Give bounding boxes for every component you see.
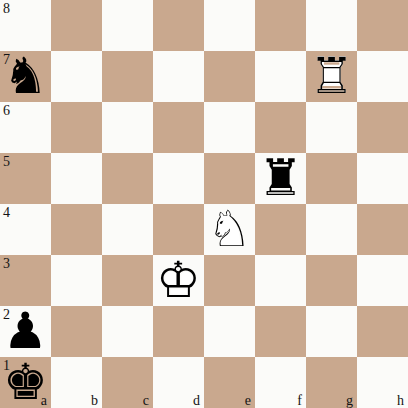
file-label-b: b — [91, 393, 98, 408]
file-label-h: h — [397, 393, 404, 408]
black-king-icon: ♚ — [0, 357, 51, 408]
black-rook-icon: ♜ — [255, 153, 306, 204]
white-knight-icon: ♘ — [204, 204, 255, 255]
file-label-e: e — [245, 393, 251, 408]
square-h6[interactable] — [357, 102, 408, 153]
square-d4[interactable] — [153, 204, 204, 255]
square-g2[interactable] — [306, 306, 357, 357]
square-e4[interactable]: ♞♘ — [204, 204, 255, 255]
piece-white-rook-g7[interactable]: ♜♖ — [306, 51, 357, 102]
square-d2[interactable] — [153, 306, 204, 357]
square-h5[interactable] — [357, 153, 408, 204]
square-b2[interactable] — [51, 306, 102, 357]
square-f7[interactable] — [255, 51, 306, 102]
white-rook-icon: ♖ — [306, 51, 357, 102]
square-d8[interactable] — [153, 0, 204, 51]
rank-label-5: 5 — [3, 154, 10, 170]
chess-diagram: 87♞♜♖65♜4♞♘3♚♔2♟1a♚bcdefgh — [0, 0, 408, 408]
piece-white-king-d3[interactable]: ♚♔ — [153, 255, 204, 306]
square-a6[interactable]: 6 — [0, 102, 51, 153]
rank-label-3: 3 — [3, 256, 10, 272]
square-b6[interactable] — [51, 102, 102, 153]
square-a8[interactable]: 8 — [0, 0, 51, 51]
square-f6[interactable] — [255, 102, 306, 153]
square-c4[interactable] — [102, 204, 153, 255]
file-label-g: g — [346, 393, 353, 408]
square-h7[interactable] — [357, 51, 408, 102]
square-g7[interactable]: ♜♖ — [306, 51, 357, 102]
square-b7[interactable] — [51, 51, 102, 102]
square-a2[interactable]: 2♟ — [0, 306, 51, 357]
square-c5[interactable] — [102, 153, 153, 204]
square-d6[interactable] — [153, 102, 204, 153]
square-g1[interactable]: g — [306, 357, 357, 408]
chess-board: 87♞♜♖65♜4♞♘3♚♔2♟1a♚bcdefgh — [0, 0, 408, 408]
rank-label-6: 6 — [3, 103, 10, 119]
square-g6[interactable] — [306, 102, 357, 153]
square-f5[interactable]: ♜ — [255, 153, 306, 204]
square-f8[interactable] — [255, 0, 306, 51]
piece-black-knight-a7[interactable]: ♞ — [0, 51, 51, 102]
square-a5[interactable]: 5 — [0, 153, 51, 204]
square-f2[interactable] — [255, 306, 306, 357]
square-g8[interactable] — [306, 0, 357, 51]
square-d7[interactable] — [153, 51, 204, 102]
square-a7[interactable]: 7♞ — [0, 51, 51, 102]
square-f1[interactable]: f — [255, 357, 306, 408]
square-b4[interactable] — [51, 204, 102, 255]
black-pawn-icon: ♟ — [0, 306, 51, 357]
square-c3[interactable] — [102, 255, 153, 306]
square-h4[interactable] — [357, 204, 408, 255]
square-h8[interactable] — [357, 0, 408, 51]
black-knight-icon: ♞ — [0, 51, 51, 102]
square-a1[interactable]: 1a♚ — [0, 357, 51, 408]
square-b3[interactable] — [51, 255, 102, 306]
file-label-d: d — [193, 393, 200, 408]
square-a4[interactable]: 4 — [0, 204, 51, 255]
square-g4[interactable] — [306, 204, 357, 255]
rank-label-8: 8 — [3, 1, 10, 17]
square-e3[interactable] — [204, 255, 255, 306]
square-e7[interactable] — [204, 51, 255, 102]
square-c6[interactable] — [102, 102, 153, 153]
square-e5[interactable] — [204, 153, 255, 204]
square-b5[interactable] — [51, 153, 102, 204]
square-e2[interactable] — [204, 306, 255, 357]
piece-white-knight-e4[interactable]: ♞♘ — [204, 204, 255, 255]
square-f3[interactable] — [255, 255, 306, 306]
rank-label-4: 4 — [3, 205, 10, 221]
square-e1[interactable]: e — [204, 357, 255, 408]
piece-black-rook-f5[interactable]: ♜ — [255, 153, 306, 204]
square-c7[interactable] — [102, 51, 153, 102]
square-e8[interactable] — [204, 0, 255, 51]
square-d3[interactable]: ♚♔ — [153, 255, 204, 306]
square-c8[interactable] — [102, 0, 153, 51]
square-b1[interactable]: b — [51, 357, 102, 408]
square-c1[interactable]: c — [102, 357, 153, 408]
square-h1[interactable]: h — [357, 357, 408, 408]
file-label-f: f — [297, 393, 302, 408]
square-c2[interactable] — [102, 306, 153, 357]
square-f4[interactable] — [255, 204, 306, 255]
file-label-c: c — [143, 393, 149, 408]
square-g5[interactable] — [306, 153, 357, 204]
piece-black-pawn-a2[interactable]: ♟ — [0, 306, 51, 357]
square-d1[interactable]: d — [153, 357, 204, 408]
square-h3[interactable] — [357, 255, 408, 306]
piece-black-king-a1[interactable]: ♚ — [0, 357, 51, 408]
square-d5[interactable] — [153, 153, 204, 204]
white-king-icon: ♔ — [153, 255, 204, 306]
square-g3[interactable] — [306, 255, 357, 306]
square-b8[interactable] — [51, 0, 102, 51]
square-a3[interactable]: 3 — [0, 255, 51, 306]
square-e6[interactable] — [204, 102, 255, 153]
square-h2[interactable] — [357, 306, 408, 357]
